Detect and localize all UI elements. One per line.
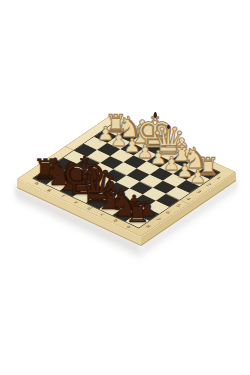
chess-board: hgfedcba 12345678 (17, 114, 236, 237)
product-photo-chess-set: hgfedcba 12345678 ♜♞♝♚♛♝♞♜♟♟♟♟♟♟♟♟♟♟♟♟♟♟… (0, 0, 250, 375)
